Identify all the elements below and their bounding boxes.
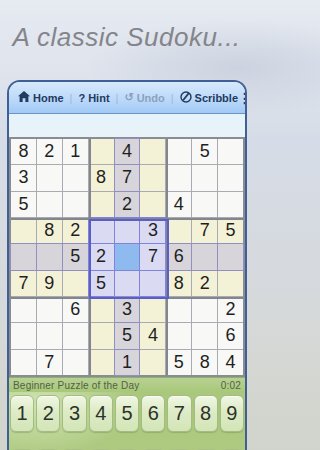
cell-r5c3[interactable]: 5 [63, 244, 88, 269]
cell-r4c1[interactable] [11, 218, 36, 243]
cell-r1c3[interactable]: 1 [63, 139, 88, 164]
cell-r2c6[interactable] [140, 165, 165, 190]
cell-r7c6[interactable] [140, 297, 165, 322]
scribble-label: Scribble [195, 92, 238, 104]
cell-r9c5[interactable]: 1 [115, 350, 140, 375]
cell-r6c3[interactable] [63, 271, 88, 296]
cell-r8c3[interactable] [63, 323, 88, 348]
cell-r4c2[interactable]: 8 [37, 218, 62, 243]
cell-r6c6[interactable] [140, 271, 165, 296]
cell-r5c7[interactable]: 6 [166, 244, 191, 269]
promo-title: A classic Sudoku... [0, 22, 253, 53]
key-3[interactable]: 3 [62, 395, 86, 432]
number-keypad: 123456789 [9, 392, 245, 432]
home-button[interactable]: Home [18, 91, 64, 104]
cell-r6c1[interactable]: 7 [11, 271, 36, 296]
cell-r2c7[interactable] [166, 165, 191, 190]
cell-r7c3[interactable]: 6 [63, 297, 88, 322]
keypad-row-2-clipped [9, 446, 245, 450]
home-icon [18, 91, 30, 104]
app-panel: Home | ? Hint | ↺ Undo | Scribble ⋮ 8214… [7, 80, 247, 450]
cell-r1c2[interactable]: 2 [37, 139, 62, 164]
cell-r6c9[interactable] [218, 271, 243, 296]
cell-r6c2[interactable]: 9 [37, 271, 62, 296]
key-2[interactable]: 2 [36, 395, 60, 432]
scribble-button[interactable]: Scribble [180, 91, 238, 105]
cell-r4c4[interactable] [89, 218, 114, 243]
cell-r3c7[interactable]: 4 [166, 192, 191, 217]
cell-r4c6[interactable]: 3 [140, 218, 165, 243]
cell-r6c5[interactable] [115, 271, 140, 296]
cell-r2c9[interactable] [218, 165, 243, 190]
cell-r1c1[interactable]: 8 [11, 139, 36, 164]
cell-r2c4[interactable]: 8 [89, 165, 114, 190]
cell-r9c9[interactable]: 4 [218, 350, 243, 375]
cell-r1c8[interactable]: 5 [192, 139, 217, 164]
cell-r8c9[interactable]: 6 [218, 323, 243, 348]
cell-r7c2[interactable] [37, 297, 62, 322]
key-5[interactable]: 5 [115, 395, 139, 432]
cell-r5c5[interactable] [115, 244, 140, 269]
cell-r2c5[interactable]: 7 [115, 165, 140, 190]
cell-r8c4[interactable] [89, 323, 114, 348]
key-8[interactable]: 8 [194, 395, 218, 432]
cell-r7c5[interactable]: 3 [115, 297, 140, 322]
cell-r5c4[interactable]: 2 [89, 244, 114, 269]
cell-r4c8[interactable]: 7 [192, 218, 217, 243]
board-top-spacer [9, 114, 245, 137]
home-label: Home [33, 92, 64, 104]
toolbar-separator: | [70, 92, 73, 104]
cell-r3c8[interactable] [192, 192, 217, 217]
cell-r7c7[interactable] [166, 297, 191, 322]
cell-r4c9[interactable]: 5 [218, 218, 243, 243]
cell-r1c7[interactable] [166, 139, 191, 164]
cell-r8c8[interactable] [192, 323, 217, 348]
toolbar-separator: | [116, 92, 119, 104]
cell-r9c8[interactable]: 8 [192, 350, 217, 375]
cell-r3c3[interactable] [63, 192, 88, 217]
cell-r3c6[interactable] [140, 192, 165, 217]
toolbar: Home | ? Hint | ↺ Undo | Scribble ⋮ [9, 82, 245, 114]
key-9[interactable]: 9 [220, 395, 244, 432]
key-6[interactable]: 6 [141, 395, 165, 432]
scribble-pencil-icon [180, 91, 192, 105]
status-bar: Beginner Puzzle of the Day 0:02 [9, 377, 245, 392]
toolbar-separator: | [171, 92, 174, 104]
cell-r6c8[interactable]: 2 [192, 271, 217, 296]
cell-r1c9[interactable] [218, 139, 243, 164]
cell-r6c4[interactable]: 5 [89, 271, 114, 296]
sudoku-board: 821453875248237552767958263254671584 [9, 137, 245, 377]
cell-r5c9[interactable] [218, 244, 243, 269]
cell-r7c1[interactable] [11, 297, 36, 322]
cell-r4c7[interactable] [166, 218, 191, 243]
cell-r9c2[interactable]: 7 [37, 350, 62, 375]
cell-r8c5[interactable]: 5 [115, 323, 140, 348]
cell-r8c7[interactable] [166, 323, 191, 348]
cell-r3c4[interactable] [89, 192, 114, 217]
cell-r8c2[interactable] [37, 323, 62, 348]
cell-r9c4[interactable] [89, 350, 114, 375]
cell-r7c8[interactable] [192, 297, 217, 322]
cell-r9c6[interactable] [140, 350, 165, 375]
cell-r9c1[interactable] [11, 350, 36, 375]
cell-r4c5[interactable] [115, 218, 140, 243]
cell-r5c6[interactable]: 7 [140, 244, 165, 269]
cell-r7c4[interactable] [89, 297, 114, 322]
timer: 0:02 [221, 380, 241, 391]
cell-r5c1[interactable] [11, 244, 36, 269]
cell-r2c2[interactable] [37, 165, 62, 190]
cell-r3c5[interactable]: 2 [115, 192, 140, 217]
cell-r1c6[interactable] [140, 139, 165, 164]
cell-r1c4[interactable] [89, 139, 114, 164]
cell-r7c9[interactable]: 2 [218, 297, 243, 322]
cell-r8c6[interactable]: 4 [140, 323, 165, 348]
key-1[interactable]: 1 [10, 395, 34, 432]
cell-r9c3[interactable] [63, 350, 88, 375]
key-4[interactable]: 4 [89, 395, 113, 432]
undo-label: Undo [137, 92, 165, 104]
cell-r6c7[interactable]: 8 [166, 271, 191, 296]
puzzle-difficulty-label: Beginner Puzzle of the Day [13, 380, 139, 391]
cell-r2c1[interactable]: 3 [11, 165, 36, 190]
cell-r5c2[interactable] [37, 244, 62, 269]
cell-r2c8[interactable] [192, 165, 217, 190]
cell-r3c9[interactable] [218, 192, 243, 217]
undo-arrow-icon: ↺ [124, 91, 133, 104]
kebab-menu-button[interactable]: ⋮ [238, 90, 247, 106]
question-mark-icon: ? [78, 92, 85, 104]
hint-button[interactable]: ? Hint [78, 92, 109, 104]
hint-label: Hint [88, 92, 109, 104]
undo-button[interactable]: ↺ Undo [124, 91, 164, 104]
cell-r4c3[interactable]: 2 [63, 218, 88, 243]
cell-r3c1[interactable]: 5 [11, 192, 36, 217]
cell-r2c3[interactable] [63, 165, 88, 190]
cell-r1c5[interactable]: 4 [115, 139, 140, 164]
cell-r8c1[interactable] [11, 323, 36, 348]
cell-r9c7[interactable]: 5 [166, 350, 191, 375]
key-7[interactable]: 7 [167, 395, 191, 432]
cell-r3c2[interactable] [37, 192, 62, 217]
cell-r5c8[interactable] [192, 244, 217, 269]
